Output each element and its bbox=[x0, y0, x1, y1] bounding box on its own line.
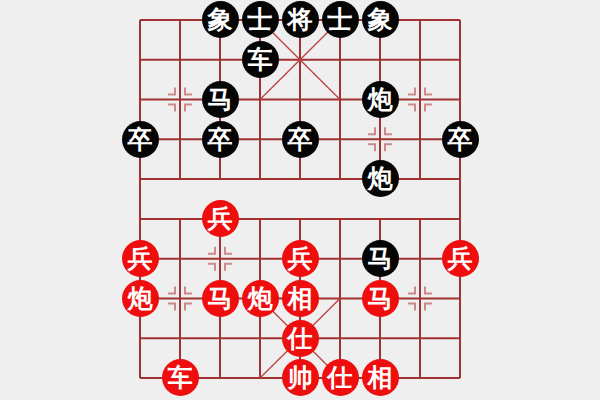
board-point[interactable] bbox=[400, 119, 440, 159]
piece-red-horse[interactable]: 马 bbox=[202, 280, 239, 317]
board-point[interactable] bbox=[440, 40, 480, 80]
board-point[interactable] bbox=[440, 199, 480, 239]
piece-black-chariot[interactable]: 车 bbox=[242, 41, 279, 78]
piece-black-horse[interactable]: 马 bbox=[362, 240, 399, 277]
board-point[interactable]: 炮 bbox=[360, 80, 400, 120]
board-point[interactable] bbox=[240, 80, 280, 120]
board-point[interactable]: 仕 bbox=[320, 358, 360, 398]
board-point[interactable]: 车 bbox=[240, 40, 280, 80]
board-point[interactable]: 兵 bbox=[120, 239, 160, 279]
board-point[interactable] bbox=[160, 40, 200, 80]
board-point[interactable] bbox=[240, 199, 280, 239]
board-point[interactable]: 兵 bbox=[200, 199, 240, 239]
board-point[interactable] bbox=[320, 318, 360, 358]
board-point[interactable] bbox=[360, 199, 400, 239]
board-point[interactable] bbox=[160, 318, 200, 358]
board-point[interactable]: 将 bbox=[280, 0, 320, 40]
board-point[interactable] bbox=[280, 40, 320, 80]
board-point[interactable] bbox=[440, 358, 480, 398]
board-point[interactable] bbox=[240, 358, 280, 398]
piece-black-elephant[interactable]: 象 bbox=[362, 1, 399, 38]
piece-red-cannon[interactable]: 炮 bbox=[242, 280, 279, 317]
board-point[interactable]: 卒 bbox=[280, 119, 320, 159]
board-point[interactable] bbox=[240, 239, 280, 279]
piece-red-advisor[interactable]: 仕 bbox=[282, 320, 319, 357]
board-point[interactable] bbox=[400, 199, 440, 239]
board-point[interactable] bbox=[120, 0, 160, 40]
board-point[interactable] bbox=[320, 278, 360, 318]
piece-red-advisor[interactable]: 仕 bbox=[322, 359, 359, 396]
piece-black-elephant[interactable]: 象 bbox=[202, 1, 239, 38]
board-point[interactable]: 卒 bbox=[440, 119, 480, 159]
board-point[interactable] bbox=[400, 358, 440, 398]
piece-red-king[interactable]: 帅 bbox=[282, 359, 319, 396]
piece-red-pawn[interactable]: 兵 bbox=[122, 240, 159, 277]
board-point[interactable] bbox=[240, 159, 280, 199]
board-point[interactable] bbox=[400, 159, 440, 199]
board-point[interactable]: 马 bbox=[200, 278, 240, 318]
board-point[interactable]: 仕 bbox=[280, 318, 320, 358]
board-point[interactable] bbox=[440, 80, 480, 120]
board-point[interactable] bbox=[320, 119, 360, 159]
piece-red-chariot[interactable]: 车 bbox=[162, 359, 199, 396]
board-point[interactable] bbox=[160, 278, 200, 318]
board-point[interactable] bbox=[280, 80, 320, 120]
board-point[interactable] bbox=[440, 159, 480, 199]
board-point[interactable]: 相 bbox=[360, 358, 400, 398]
piece-black-pawn[interactable]: 卒 bbox=[122, 121, 159, 158]
board-point[interactable]: 士 bbox=[240, 0, 280, 40]
piece-black-pawn[interactable]: 卒 bbox=[282, 121, 319, 158]
board-point[interactable] bbox=[400, 278, 440, 318]
board-point[interactable] bbox=[320, 40, 360, 80]
board-point[interactable] bbox=[120, 199, 160, 239]
piece-black-advisor[interactable]: 士 bbox=[322, 1, 359, 38]
board-point[interactable] bbox=[120, 358, 160, 398]
piece-black-cannon[interactable]: 炮 bbox=[362, 160, 399, 197]
board-point[interactable] bbox=[360, 318, 400, 358]
board-point[interactable] bbox=[160, 159, 200, 199]
board-point[interactable] bbox=[200, 40, 240, 80]
piece-red-elephant[interactable]: 相 bbox=[282, 280, 319, 317]
board-point[interactable]: 马 bbox=[200, 80, 240, 120]
board-point[interactable] bbox=[120, 40, 160, 80]
piece-red-pawn[interactable]: 兵 bbox=[282, 240, 319, 277]
board-point[interactable] bbox=[160, 0, 200, 40]
board-points-grid: 象士将士象车马炮卒卒卒卒炮兵兵兵马兵炮马炮相马仕车帅仕相 bbox=[120, 0, 480, 398]
xiangqi-board: 象士将士象车马炮卒卒卒卒炮兵兵兵马兵炮马炮相马仕车帅仕相 bbox=[0, 0, 600, 400]
board-point[interactable]: 马 bbox=[360, 278, 400, 318]
piece-red-cannon[interactable]: 炮 bbox=[122, 280, 159, 317]
piece-black-cannon[interactable]: 炮 bbox=[362, 81, 399, 118]
board-point[interactable]: 卒 bbox=[200, 119, 240, 159]
board-point[interactable] bbox=[280, 199, 320, 239]
board-point[interactable] bbox=[400, 40, 440, 80]
piece-black-pawn[interactable]: 卒 bbox=[442, 121, 479, 158]
board-point[interactable] bbox=[400, 0, 440, 40]
board-point[interactable]: 帅 bbox=[280, 358, 320, 398]
piece-red-pawn[interactable]: 兵 bbox=[442, 240, 479, 277]
board-point[interactable] bbox=[320, 199, 360, 239]
board-point[interactable]: 炮 bbox=[120, 278, 160, 318]
board-point[interactable]: 马 bbox=[360, 239, 400, 279]
board-point[interactable] bbox=[200, 318, 240, 358]
board-point[interactable]: 炮 bbox=[360, 159, 400, 199]
board-point[interactable] bbox=[360, 119, 400, 159]
board-point[interactable]: 卒 bbox=[120, 119, 160, 159]
board-point[interactable]: 车 bbox=[160, 358, 200, 398]
board-point[interactable]: 士 bbox=[320, 0, 360, 40]
board-point[interactable] bbox=[360, 40, 400, 80]
board-point[interactable] bbox=[320, 80, 360, 120]
board-point[interactable] bbox=[440, 278, 480, 318]
board-point[interactable] bbox=[200, 159, 240, 199]
board-point[interactable] bbox=[400, 239, 440, 279]
board-point[interactable] bbox=[160, 119, 200, 159]
board-point[interactable] bbox=[200, 239, 240, 279]
board-point[interactable] bbox=[120, 80, 160, 120]
board-point[interactable] bbox=[160, 80, 200, 120]
piece-black-king[interactable]: 将 bbox=[282, 1, 319, 38]
board-point[interactable]: 象 bbox=[200, 0, 240, 40]
board-point[interactable]: 炮 bbox=[240, 278, 280, 318]
board-point[interactable] bbox=[320, 159, 360, 199]
board-point[interactable] bbox=[160, 239, 200, 279]
board-point[interactable] bbox=[400, 80, 440, 120]
board-point[interactable]: 兵 bbox=[440, 239, 480, 279]
piece-black-advisor[interactable]: 士 bbox=[242, 1, 279, 38]
board-point[interactable]: 兵 bbox=[280, 239, 320, 279]
board-point[interactable] bbox=[440, 0, 480, 40]
board-point[interactable] bbox=[200, 358, 240, 398]
board-point[interactable] bbox=[240, 318, 280, 358]
board-point[interactable] bbox=[440, 318, 480, 358]
piece-black-pawn[interactable]: 卒 bbox=[202, 121, 239, 158]
board-point[interactable]: 相 bbox=[280, 278, 320, 318]
piece-red-pawn[interactable]: 兵 bbox=[202, 200, 239, 237]
board-point[interactable] bbox=[120, 318, 160, 358]
board-point[interactable] bbox=[160, 199, 200, 239]
board-point[interactable] bbox=[120, 159, 160, 199]
board-point[interactable] bbox=[280, 159, 320, 199]
piece-red-elephant[interactable]: 相 bbox=[362, 359, 399, 396]
board-point[interactable] bbox=[240, 119, 280, 159]
board-point[interactable] bbox=[400, 318, 440, 358]
piece-black-horse[interactable]: 马 bbox=[202, 81, 239, 118]
board-point[interactable] bbox=[320, 239, 360, 279]
board-point[interactable]: 象 bbox=[360, 0, 400, 40]
piece-red-horse[interactable]: 马 bbox=[362, 280, 399, 317]
